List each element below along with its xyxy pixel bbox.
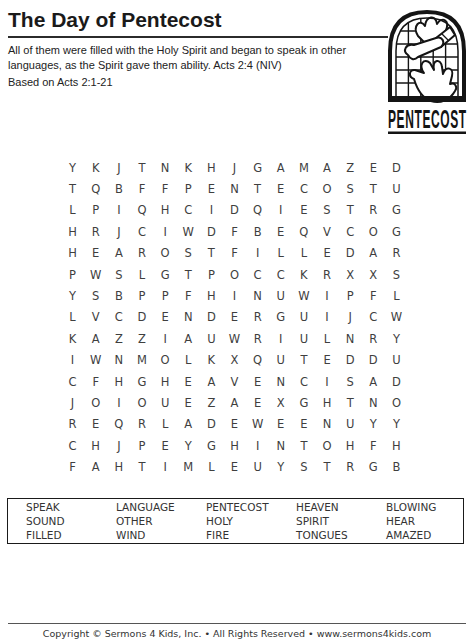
grid-cell[interactable]: N	[177, 307, 200, 328]
grid-cell[interactable]: L	[385, 285, 408, 306]
grid-cell[interactable]: D	[385, 157, 408, 178]
verse-text: All of them were filled with the Holy Sp…	[8, 43, 392, 73]
word-bank-item: HOLY	[206, 515, 296, 529]
grid-cell[interactable]: O	[315, 178, 338, 199]
grid-cell[interactable]: G	[385, 221, 408, 242]
title-rule	[8, 36, 388, 38]
grid-cell[interactable]: D	[200, 307, 223, 328]
grid-cell[interactable]: F	[223, 243, 246, 264]
grid-cell[interactable]: T	[339, 392, 362, 413]
grid-cell[interactable]: O	[362, 221, 385, 242]
grid-cell[interactable]: L	[292, 243, 315, 264]
grid-cell[interactable]: L	[177, 350, 200, 371]
grid-cell[interactable]: C	[107, 307, 130, 328]
word-bank-item: HEAR	[386, 515, 474, 529]
grid-cell[interactable]: R	[130, 414, 153, 435]
grid-cell[interactable]: E	[223, 414, 246, 435]
grid-cell[interactable]: C	[246, 264, 269, 285]
grid-cell[interactable]: C	[177, 200, 200, 221]
grid-cell[interactable]: J	[223, 157, 246, 178]
grid-cell[interactable]: U	[292, 307, 315, 328]
grid-cell[interactable]: E	[154, 307, 177, 328]
grid-cell[interactable]: I	[315, 371, 338, 392]
grid-cell[interactable]: C	[61, 371, 84, 392]
grid-cell[interactable]: I	[61, 350, 84, 371]
grid-cell[interactable]: I	[154, 328, 177, 349]
grid-cell[interactable]: J	[339, 307, 362, 328]
grid-cell[interactable]: R	[339, 457, 362, 478]
grid-cell[interactable]: D	[200, 221, 223, 242]
grid-cell[interactable]: U	[269, 285, 292, 306]
grid-cell[interactable]: E	[84, 414, 107, 435]
grid-cell[interactable]: H	[107, 371, 130, 392]
grid-cell[interactable]: E	[292, 200, 315, 221]
grid-cell[interactable]: E	[292, 414, 315, 435]
grid-cell[interactable]: R	[362, 328, 385, 349]
grid-cell[interactable]: K	[200, 350, 223, 371]
grid-cell[interactable]: I	[269, 328, 292, 349]
grid-cell[interactable]: E	[177, 371, 200, 392]
grid-cell[interactable]: K	[292, 264, 315, 285]
grid-cell[interactable]: C	[292, 178, 315, 199]
grid-cell[interactable]: E	[315, 243, 338, 264]
word-bank-item: OTHER	[116, 515, 206, 529]
grid-cell[interactable]: C	[269, 264, 292, 285]
grid-cell[interactable]: O	[154, 243, 177, 264]
word-bank-item: BLOWING	[386, 501, 474, 515]
grid-cell[interactable]: Z	[107, 328, 130, 349]
grid-cell[interactable]: C	[362, 307, 385, 328]
logo-wordmark: PENTECOST	[388, 105, 467, 133]
grid-cell[interactable]: R	[61, 414, 84, 435]
grid-cell[interactable]: T	[130, 157, 153, 178]
verse-line-2: languages, as the Spirit gave them abili…	[8, 58, 392, 73]
grid-cell[interactable]: E	[154, 435, 177, 456]
grid-cell[interactable]: I	[154, 221, 177, 242]
grid-cell[interactable]: D	[339, 350, 362, 371]
grid-cell[interactable]: F	[154, 178, 177, 199]
grid-cell[interactable]: Q	[130, 200, 153, 221]
grid-cell[interactable]: E	[315, 350, 338, 371]
grid-cell[interactable]: W	[385, 307, 408, 328]
grid-cell[interactable]: G	[292, 392, 315, 413]
grid-cell[interactable]: X	[269, 392, 292, 413]
grid-cell[interactable]: H	[385, 435, 408, 456]
grid-cell[interactable]: H	[107, 457, 130, 478]
grid-cell[interactable]: J	[61, 392, 84, 413]
grid-cell[interactable]: I	[315, 285, 338, 306]
grid-cell[interactable]: N	[269, 371, 292, 392]
window-sill	[388, 96, 466, 101]
grid-cell[interactable]: Q	[246, 200, 269, 221]
grid-cell[interactable]: I	[107, 200, 130, 221]
grid-cell[interactable]: N	[246, 285, 269, 306]
word-bank-item: TONGUES	[296, 529, 386, 543]
grid-cell[interactable]: Q	[84, 178, 107, 199]
grid-cell[interactable]: P	[339, 285, 362, 306]
grid-cell[interactable]: A	[223, 392, 246, 413]
grid-cell[interactable]: D	[339, 243, 362, 264]
pentecost-logo: PENTECOST	[384, 5, 471, 138]
grid-cell[interactable]: H	[339, 435, 362, 456]
word-search-grid: YKJTNKHJGAMAZEDTQBFFPENTECOSTULPIQHCIDQI…	[61, 157, 408, 478]
logo-underline	[388, 132, 466, 135]
grid-cell[interactable]: R	[246, 307, 269, 328]
word-bank-item: PENTECOST	[206, 501, 296, 515]
copyright-text: Copyright © Sermons 4 Kids, Inc. • All R…	[0, 628, 474, 639]
grid-cell[interactable]: E	[269, 221, 292, 242]
word-bank-item: SOUND	[26, 515, 116, 529]
grid-cell[interactable]: F	[223, 221, 246, 242]
grid-cell[interactable]: L	[200, 457, 223, 478]
grid-cell[interactable]: Y	[61, 285, 84, 306]
grid-cell[interactable]: O	[84, 392, 107, 413]
grid-cell[interactable]: G	[200, 435, 223, 456]
grid-cell[interactable]: W	[84, 350, 107, 371]
grid-cell[interactable]: E	[246, 392, 269, 413]
grid-cell[interactable]: E	[223, 457, 246, 478]
grid-cell[interactable]: I	[107, 392, 130, 413]
grid-cell[interactable]: N	[107, 350, 130, 371]
grid-cell[interactable]: G	[385, 200, 408, 221]
grid-cell[interactable]: H	[200, 285, 223, 306]
grid-cell[interactable]: X	[339, 264, 362, 285]
grid-cell[interactable]: I	[200, 200, 223, 221]
grid-cell[interactable]: U	[269, 350, 292, 371]
grid-cell[interactable]: E	[200, 178, 223, 199]
grid-cell[interactable]: R	[130, 243, 153, 264]
grid-cell[interactable]: S	[177, 243, 200, 264]
grid-cell[interactable]: P	[177, 178, 200, 199]
grid-cell[interactable]: W	[84, 264, 107, 285]
grid-cell[interactable]: R	[315, 264, 338, 285]
grid-cell[interactable]: I	[269, 200, 292, 221]
grid-cell[interactable]: U	[385, 178, 408, 199]
grid-cell[interactable]: T	[200, 243, 223, 264]
grid-cell[interactable]: T	[61, 178, 84, 199]
grid-cell[interactable]: V	[315, 221, 338, 242]
grid-cell[interactable]: O	[223, 264, 246, 285]
grid-cell[interactable]: A	[84, 457, 107, 478]
grid-cell[interactable]: L	[61, 307, 84, 328]
grid-cell[interactable]: H	[315, 392, 338, 413]
grid-cell[interactable]: M	[177, 457, 200, 478]
based-on-text: Based on Acts 2:1-21	[8, 76, 113, 88]
grid-cell[interactable]: O	[315, 435, 338, 456]
grid-cell[interactable]: O	[130, 392, 153, 413]
grid-cell[interactable]: F	[362, 285, 385, 306]
grid-cell[interactable]: T	[362, 178, 385, 199]
grid-cell[interactable]: U	[339, 414, 362, 435]
grid-cell[interactable]: U	[154, 392, 177, 413]
grid-cell[interactable]: V	[84, 307, 107, 328]
grid-cell[interactable]: Q	[292, 221, 315, 242]
grid-cell[interactable]: T	[292, 435, 315, 456]
grid-cell[interactable]: F	[84, 371, 107, 392]
grid-cell[interactable]: N	[339, 328, 362, 349]
grid-cell[interactable]: R	[246, 328, 269, 349]
grid-cell[interactable]: G	[362, 457, 385, 478]
word-bank-item: SPEAK	[26, 501, 116, 515]
grid-cell[interactable]: Y	[385, 328, 408, 349]
grid-cell[interactable]: F	[177, 285, 200, 306]
grid-cell[interactable]: Z	[200, 392, 223, 413]
grid-cell[interactable]: N	[269, 435, 292, 456]
grid-cell[interactable]: C	[61, 435, 84, 456]
grid-cell[interactable]: N	[223, 178, 246, 199]
grid-cell[interactable]: S	[107, 264, 130, 285]
grid-cell[interactable]: I	[154, 457, 177, 478]
grid-cell[interactable]: A	[269, 157, 292, 178]
grid-cell[interactable]: A	[362, 243, 385, 264]
grid-cell[interactable]: A	[84, 328, 107, 349]
grid-cell[interactable]: E	[246, 371, 269, 392]
grid-cell[interactable]: D	[362, 350, 385, 371]
grid-cell[interactable]: L	[154, 414, 177, 435]
grid-cell[interactable]: T	[177, 264, 200, 285]
grid-cell[interactable]: E	[177, 392, 200, 413]
grid-cell[interactable]: J	[107, 157, 130, 178]
word-bank-item: WIND	[116, 529, 206, 543]
grid-cell[interactable]: Y	[362, 414, 385, 435]
grid-cell[interactable]: D	[200, 414, 223, 435]
grid-cell[interactable]: H	[61, 221, 84, 242]
grid-cell[interactable]: Y	[61, 157, 84, 178]
grid-cell[interactable]: Q	[246, 350, 269, 371]
grid-cell[interactable]: C	[130, 221, 153, 242]
grid-cell[interactable]: W	[177, 221, 200, 242]
grid-cell[interactable]: G	[246, 157, 269, 178]
grid-cell[interactable]: P	[84, 200, 107, 221]
grid-cell[interactable]: P	[130, 285, 153, 306]
grid-cell[interactable]: U	[246, 457, 269, 478]
grid-cell[interactable]: A	[362, 371, 385, 392]
word-bank-item: FILLED	[26, 529, 116, 543]
worksheet-page: The Day of Pentecost All of them were fi…	[0, 0, 474, 642]
grid-cell[interactable]: I	[246, 243, 269, 264]
grid-cell[interactable]: R	[385, 243, 408, 264]
grid-cell[interactable]: E	[362, 157, 385, 178]
grid-cell[interactable]: E	[223, 307, 246, 328]
grid-cell[interactable]: Z	[339, 157, 362, 178]
grid-cell[interactable]: E	[84, 243, 107, 264]
grid-cell[interactable]: W	[292, 285, 315, 306]
grid-cell[interactable]: B	[107, 285, 130, 306]
grid-cell[interactable]: I	[246, 435, 269, 456]
grid-cell[interactable]: O	[385, 392, 408, 413]
grid-cell[interactable]: H	[154, 200, 177, 221]
grid-cell[interactable]: S	[315, 200, 338, 221]
grid-cell[interactable]: P	[61, 264, 84, 285]
grid-cell[interactable]: R	[362, 200, 385, 221]
grid-cell[interactable]: S	[292, 457, 315, 478]
footer-rule	[8, 623, 466, 624]
grid-cell[interactable]: S	[385, 264, 408, 285]
grid-cell[interactable]: F	[130, 178, 153, 199]
grid-cell[interactable]: H	[61, 243, 84, 264]
word-bank-item: LANGUAGE	[116, 501, 206, 515]
grid-cell[interactable]: L	[130, 264, 153, 285]
grid-cell[interactable]: C	[292, 371, 315, 392]
grid-cell[interactable]: J	[107, 221, 130, 242]
grid-cell[interactable]: Q	[107, 414, 130, 435]
grid-cell[interactable]: H	[154, 371, 177, 392]
grid-cell[interactable]: F	[61, 457, 84, 478]
grid-cell[interactable]: S	[84, 285, 107, 306]
grid-cell[interactable]: K	[84, 157, 107, 178]
word-bank-item: HEAVEN	[296, 501, 386, 515]
grid-cell[interactable]: T	[339, 200, 362, 221]
grid-cell[interactable]: U	[385, 350, 408, 371]
grid-cell[interactable]: X	[223, 350, 246, 371]
grid-cell[interactable]: P	[130, 435, 153, 456]
grid-cell[interactable]: N	[315, 414, 338, 435]
word-bank-item: AMAZED	[386, 529, 474, 543]
grid-cell[interactable]: G	[130, 371, 153, 392]
grid-cell[interactable]: O	[154, 350, 177, 371]
grid-cell[interactable]: A	[200, 371, 223, 392]
grid-cell[interactable]: A	[107, 243, 130, 264]
grid-cell[interactable]: I	[315, 307, 338, 328]
grid-cell[interactable]: D	[385, 371, 408, 392]
grid-cell[interactable]: V	[223, 371, 246, 392]
grid-cell[interactable]: D	[130, 307, 153, 328]
grid-cell[interactable]: H	[200, 157, 223, 178]
grid-cell[interactable]: F	[362, 435, 385, 456]
grid-cell[interactable]: I	[223, 285, 246, 306]
grid-cell[interactable]: E	[269, 178, 292, 199]
grid-cell[interactable]: K	[177, 157, 200, 178]
grid-cell[interactable]: K	[61, 328, 84, 349]
grid-cell[interactable]: B	[107, 178, 130, 199]
grid-cell[interactable]: B	[385, 457, 408, 478]
grid-cell[interactable]: M	[292, 157, 315, 178]
grid-cell[interactable]: W	[246, 414, 269, 435]
grid-cell[interactable]: X	[362, 264, 385, 285]
grid-cell[interactable]: D	[223, 200, 246, 221]
grid-cell[interactable]: J	[107, 435, 130, 456]
grid-cell[interactable]: G	[269, 307, 292, 328]
grid-cell[interactable]: C	[339, 221, 362, 242]
verse-line-1: All of them were filled with the Holy Sp…	[8, 43, 392, 58]
grid-cell[interactable]: A	[315, 157, 338, 178]
grid-cell[interactable]: A	[177, 414, 200, 435]
grid-cell[interactable]: N	[362, 392, 385, 413]
grid-cell[interactable]: Y	[269, 457, 292, 478]
grid-cell[interactable]: Y	[177, 435, 200, 456]
word-bank: SPEAKLANGUAGEPENTECOSTHEAVENBLOWINGSOUND…	[7, 498, 464, 544]
grid-cell[interactable]: T	[292, 350, 315, 371]
grid-cell[interactable]: T	[315, 457, 338, 478]
grid-cell[interactable]: T	[246, 178, 269, 199]
grid-cell[interactable]: N	[154, 157, 177, 178]
grid-cell[interactable]: P	[200, 264, 223, 285]
grid-cell[interactable]: U	[200, 328, 223, 349]
grid-cell[interactable]: P	[154, 285, 177, 306]
grid-cell[interactable]: U	[292, 328, 315, 349]
grid-cell[interactable]: S	[339, 371, 362, 392]
grid-cell[interactable]: L	[269, 243, 292, 264]
grid-cell[interactable]: R	[84, 221, 107, 242]
grid-cell[interactable]: H	[84, 435, 107, 456]
grid-cell[interactable]: M	[130, 350, 153, 371]
grid-cell[interactable]: Y	[385, 414, 408, 435]
page-title: The Day of Pentecost	[8, 8, 222, 32]
grid-cell[interactable]: E	[269, 414, 292, 435]
grid-cell[interactable]: S	[339, 178, 362, 199]
grid-cell[interactable]: H	[223, 435, 246, 456]
grid-cell[interactable]: B	[246, 221, 269, 242]
grid-cell[interactable]: L	[61, 200, 84, 221]
word-bank-item: SPIRIT	[296, 515, 386, 529]
grid-cell[interactable]: Z	[130, 328, 153, 349]
grid-cell[interactable]: L	[315, 328, 338, 349]
grid-cell[interactable]: A	[177, 328, 200, 349]
grid-cell[interactable]: T	[130, 457, 153, 478]
grid-cell[interactable]: G	[154, 264, 177, 285]
word-bank-item: FIRE	[206, 529, 296, 543]
grid-cell[interactable]: W	[223, 328, 246, 349]
